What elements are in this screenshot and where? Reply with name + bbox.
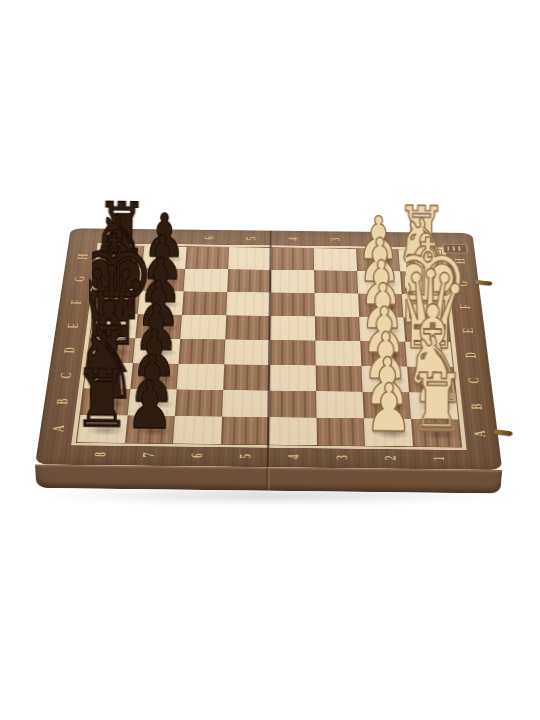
- fold-seam-side: [266, 467, 270, 491]
- file-label-right-g: G: [451, 278, 473, 289]
- square-f6: [182, 291, 227, 315]
- rank-label-far-7: 7: [156, 232, 177, 243]
- file-label-right-h: H: [449, 256, 471, 267]
- rank-label-far-8: 8: [113, 232, 135, 243]
- rank-label-far-6: 6: [198, 233, 219, 244]
- file-label-right-e: E: [456, 324, 479, 336]
- file-label-left-h: H: [71, 251, 93, 262]
- rank-label-far-4: 4: [282, 234, 303, 245]
- square-e5: [225, 315, 270, 340]
- maker-stamp-icon: [442, 244, 467, 253]
- square-g4: [271, 270, 315, 293]
- square-f4: [271, 292, 315, 316]
- square-g5: [227, 269, 271, 292]
- square-h3: [314, 248, 357, 271]
- square-h5: [228, 247, 271, 270]
- rank-label-far-3: 3: [324, 234, 345, 245]
- rank-label-far-5: 5: [240, 233, 261, 244]
- board-side: [35, 464, 502, 493]
- file-label-left-e: E: [61, 319, 84, 331]
- square-f3: [314, 293, 359, 317]
- scene: HH88GG77FF66EE55DD44CC33BB22AA11 ♜♟♟♜♞♟♟…: [0, 0, 540, 720]
- file-label-left-f: F: [65, 296, 88, 308]
- square-h4: [271, 248, 314, 271]
- rank-label-far-1: 1: [408, 235, 429, 246]
- rank-label-far-2: 2: [366, 235, 387, 246]
- file-label-left-g: G: [68, 273, 91, 284]
- square-g6: [184, 269, 229, 292]
- square-e3: [315, 316, 360, 341]
- square-h6: [185, 247, 229, 270]
- camera-tilt: HH88GG77FF66EE55DD44CC33BB22AA11 ♜♟♟♜♞♟♟…: [0, 0, 540, 720]
- photo-background: HH88GG77FF66EE55DD44CC33BB22AA11 ♜♟♟♜♞♟♟…: [0, 0, 540, 720]
- chess-board: HH88GG77FF66EE55DD44CC33BB22AA11 ♜♟♟♜♞♟♟…: [35, 228, 502, 470]
- square-e4: [270, 316, 315, 341]
- square-f5: [226, 292, 271, 316]
- file-label-right-f: F: [454, 301, 477, 313]
- square-g3: [314, 270, 358, 293]
- square-e6: [180, 315, 226, 340]
